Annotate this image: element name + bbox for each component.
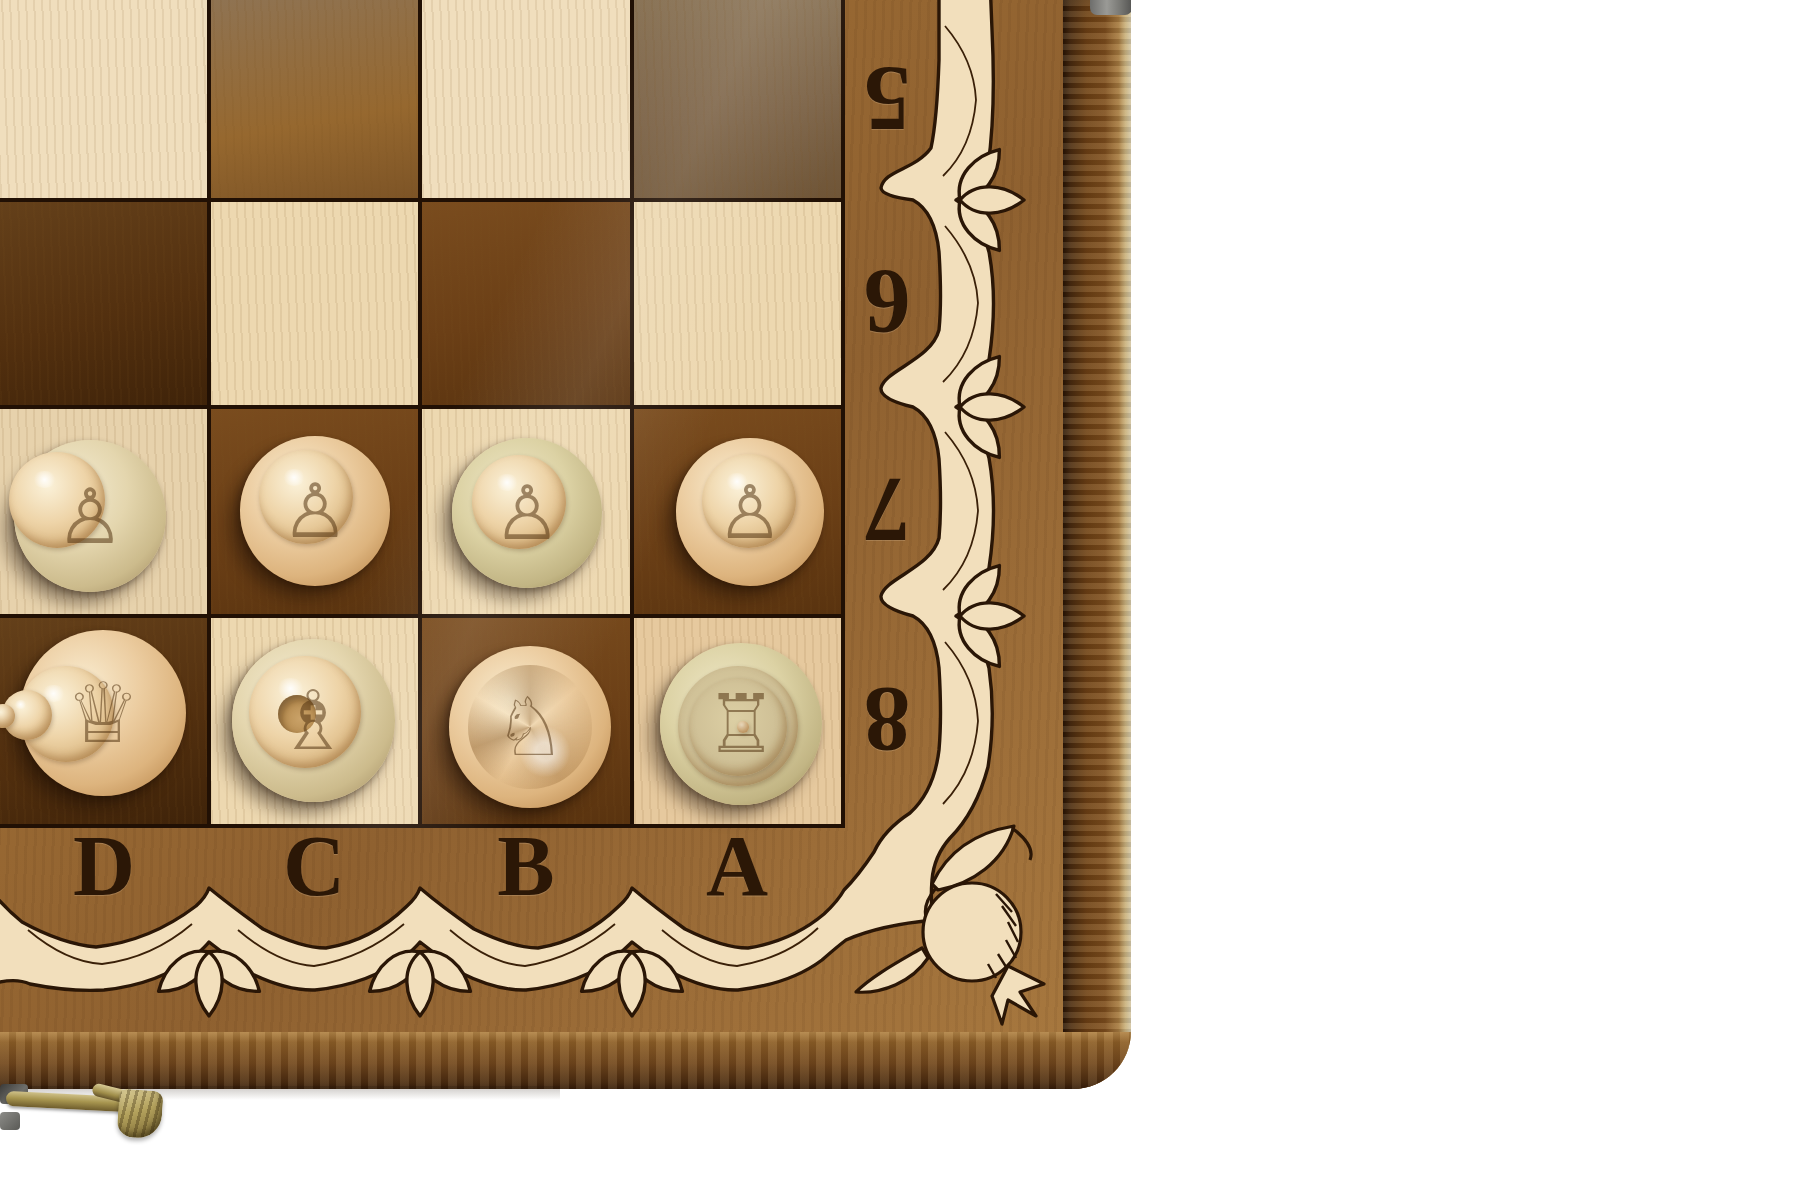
trefoil-fan-bottom-3 [573, 942, 690, 1016]
rank-label-5: 5 [864, 53, 911, 147]
photo-background: DCBA5678 ♕♗♘♖♙♙♙♙ [0, 0, 1799, 1200]
specular-highlight [495, 474, 519, 491]
rank-label-7: 7 [864, 464, 911, 558]
chess-board: DCBA5678 ♕♗♘♖♙♙♙♙ [0, 0, 1131, 1089]
pomegranate-leaf-lower [856, 948, 928, 992]
pawn-turning-ring-1 [472, 455, 566, 549]
file-label-c: C [283, 823, 345, 909]
piece-white-pawn-c7[interactable]: ♙ [240, 436, 390, 586]
trefoil-fan-right-1 [950, 141, 1024, 258]
clasp-latch[interactable] [0, 1078, 180, 1150]
pomegranate-fruit [923, 883, 1021, 981]
hinge-pin [1090, 0, 1131, 15]
knight-glyph: ♘ [494, 680, 567, 774]
trefoil-fan-bottom-2 [361, 942, 478, 1016]
specular-highlight [14, 700, 27, 709]
specular-highlight [282, 469, 306, 486]
trefoil-fan-right-3 [950, 557, 1024, 674]
piece-white-pawn-b7[interactable]: ♙ [452, 438, 602, 588]
square-a5[interactable] [634, 0, 841, 198]
rank-label-8: 8 [864, 674, 911, 768]
piece-white-pawn-a7[interactable]: ♙ [676, 438, 824, 586]
clasp-catch-hook [116, 1089, 163, 1140]
clasp-plate-icon [0, 1112, 20, 1130]
trefoil-fan-bottom-1 [150, 942, 267, 1016]
square-c5[interactable] [211, 0, 418, 198]
pomegranate-seeds [988, 894, 1018, 978]
pomegranate-stem [925, 828, 1031, 926]
square-a6[interactable] [634, 202, 841, 405]
file-label-a: A [706, 823, 768, 909]
square-c6[interactable] [211, 202, 418, 405]
bishop-turning-ring-2 [278, 695, 316, 733]
square-d5[interactable] [0, 0, 207, 198]
specular-highlight [725, 473, 749, 490]
knight-carved-mane [468, 665, 591, 788]
piece-white-knight-b8[interactable]: ♘ [449, 646, 611, 808]
pawn-turning-ring-1 [702, 454, 796, 548]
square-b5[interactable] [422, 0, 630, 198]
piece-white-queen-d8[interactable]: ♕ [20, 630, 186, 796]
pomegranate-leaf-upper [932, 826, 1014, 890]
rank-label-6: 6 [864, 256, 911, 350]
specular-highlight [32, 471, 57, 488]
piece-white-pawn-d7[interactable]: ♙ [14, 440, 166, 592]
file-label-b: B [497, 823, 554, 909]
pomegranate-motif [856, 826, 1044, 1024]
square-d6[interactable] [0, 202, 207, 405]
pawn-turning-ring-1 [259, 450, 353, 544]
pawn-turning-ring-1 [9, 452, 105, 548]
rook-turning-ring-3 [737, 721, 749, 733]
piece-white-rook-a8[interactable]: ♖ [660, 643, 822, 805]
square-b6[interactable] [422, 202, 630, 405]
board-right-edge [1063, 0, 1131, 1089]
file-label-d: D [73, 823, 135, 909]
pomegranate-crown [992, 966, 1044, 1024]
piece-white-bishop-c8[interactable]: ♗ [232, 639, 395, 802]
trefoil-fan-right-2 [950, 348, 1024, 465]
